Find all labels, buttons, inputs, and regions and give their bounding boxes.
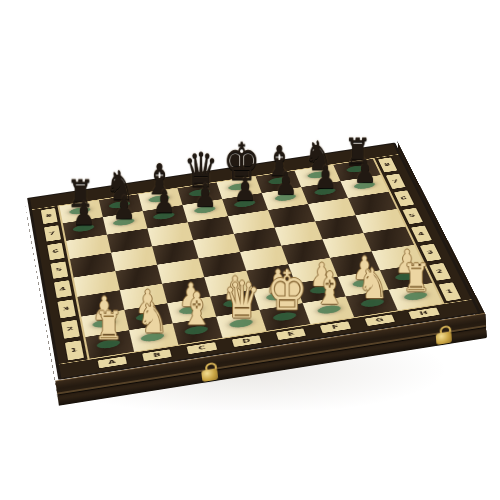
white-bishop[interactable]: ♝ <box>179 288 215 332</box>
clasp-plate-icon <box>201 368 218 382</box>
chess-set-photo: ABCDEFGH8765432187654321 ♜♞♝♛♚♝♞♜♟♟♟♟♟♟♟… <box>0 0 500 500</box>
white-knight[interactable]: ♞ <box>355 262 391 304</box>
rank-label-right-8: 8 <box>377 157 397 172</box>
rank-label-left-8: 8 <box>41 208 57 224</box>
rank-label-right-6: 6 <box>394 190 415 206</box>
white-knight[interactable]: ♞ <box>135 297 172 339</box>
rank-label-right-5: 5 <box>402 208 423 225</box>
rank-label-left-7: 7 <box>44 225 61 242</box>
white-queen[interactable]: ♛ <box>223 274 259 325</box>
white-bishop[interactable]: ♝ <box>311 267 347 311</box>
white-king[interactable]: ♚ <box>267 263 303 318</box>
brass-clasp-left <box>200 365 220 382</box>
white-rook[interactable]: ♜ <box>399 259 435 298</box>
white-rook[interactable]: ♜ <box>90 307 127 346</box>
rank-label-left-6: 6 <box>47 243 64 260</box>
rank-label-right-7: 7 <box>385 174 405 190</box>
clasp-plate-icon <box>436 331 452 345</box>
brass-clasp-right <box>435 328 454 345</box>
perspective-wrapper: ABCDEFGH8765432187654321 ♜♞♝♛♚♝♞♜♟♟♟♟♟♟♟… <box>0 0 500 500</box>
chess-board: ABCDEFGH8765432187654321 ♜♞♝♛♚♝♞♜♟♟♟♟♟♟♟… <box>27 143 482 380</box>
